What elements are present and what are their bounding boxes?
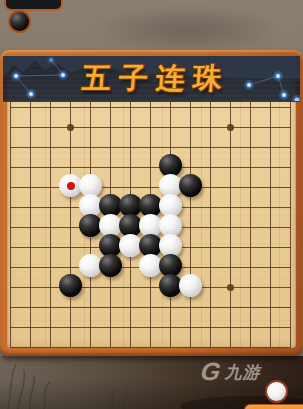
grid-vline	[210, 101, 211, 347]
game-screen: 五子连珠 G 九游	[0, 0, 303, 409]
grid-vline	[250, 101, 251, 347]
grid-hline	[10, 307, 291, 308]
title-banner: 五子连珠	[3, 56, 300, 102]
grid-vline	[70, 101, 71, 347]
last-move-marker	[67, 182, 75, 190]
star-point	[227, 284, 234, 291]
grid-vline	[30, 101, 31, 347]
jiuyou-watermark: G 九游	[201, 357, 260, 385]
grid-vline	[230, 101, 231, 347]
grid-vline	[270, 101, 271, 347]
grid-vline	[50, 101, 51, 347]
white-player-stone-indicator	[265, 380, 288, 403]
grid-hline	[10, 167, 291, 168]
black-stone	[99, 254, 122, 277]
grid-vline	[10, 101, 11, 347]
grid-hline	[10, 327, 291, 328]
star-point	[227, 124, 234, 131]
grid-vline	[190, 101, 191, 347]
white-stone	[179, 274, 202, 297]
jiuyou-logo-text: 九游	[224, 361, 260, 384]
grid-hline	[10, 147, 291, 148]
grid-hline	[10, 107, 291, 108]
grid-hline	[10, 187, 291, 188]
grid-hline	[10, 287, 291, 288]
black-stone	[179, 174, 202, 197]
black-stone	[59, 274, 82, 297]
grid-vline	[290, 101, 291, 347]
grid-hline	[10, 127, 291, 128]
grid-hline	[10, 347, 291, 348]
jiuyou-logo-icon: G	[199, 357, 222, 385]
game-title: 五子连珠	[80, 56, 231, 101]
bottom-right-button[interactable]	[244, 404, 303, 409]
star-point	[67, 124, 74, 131]
